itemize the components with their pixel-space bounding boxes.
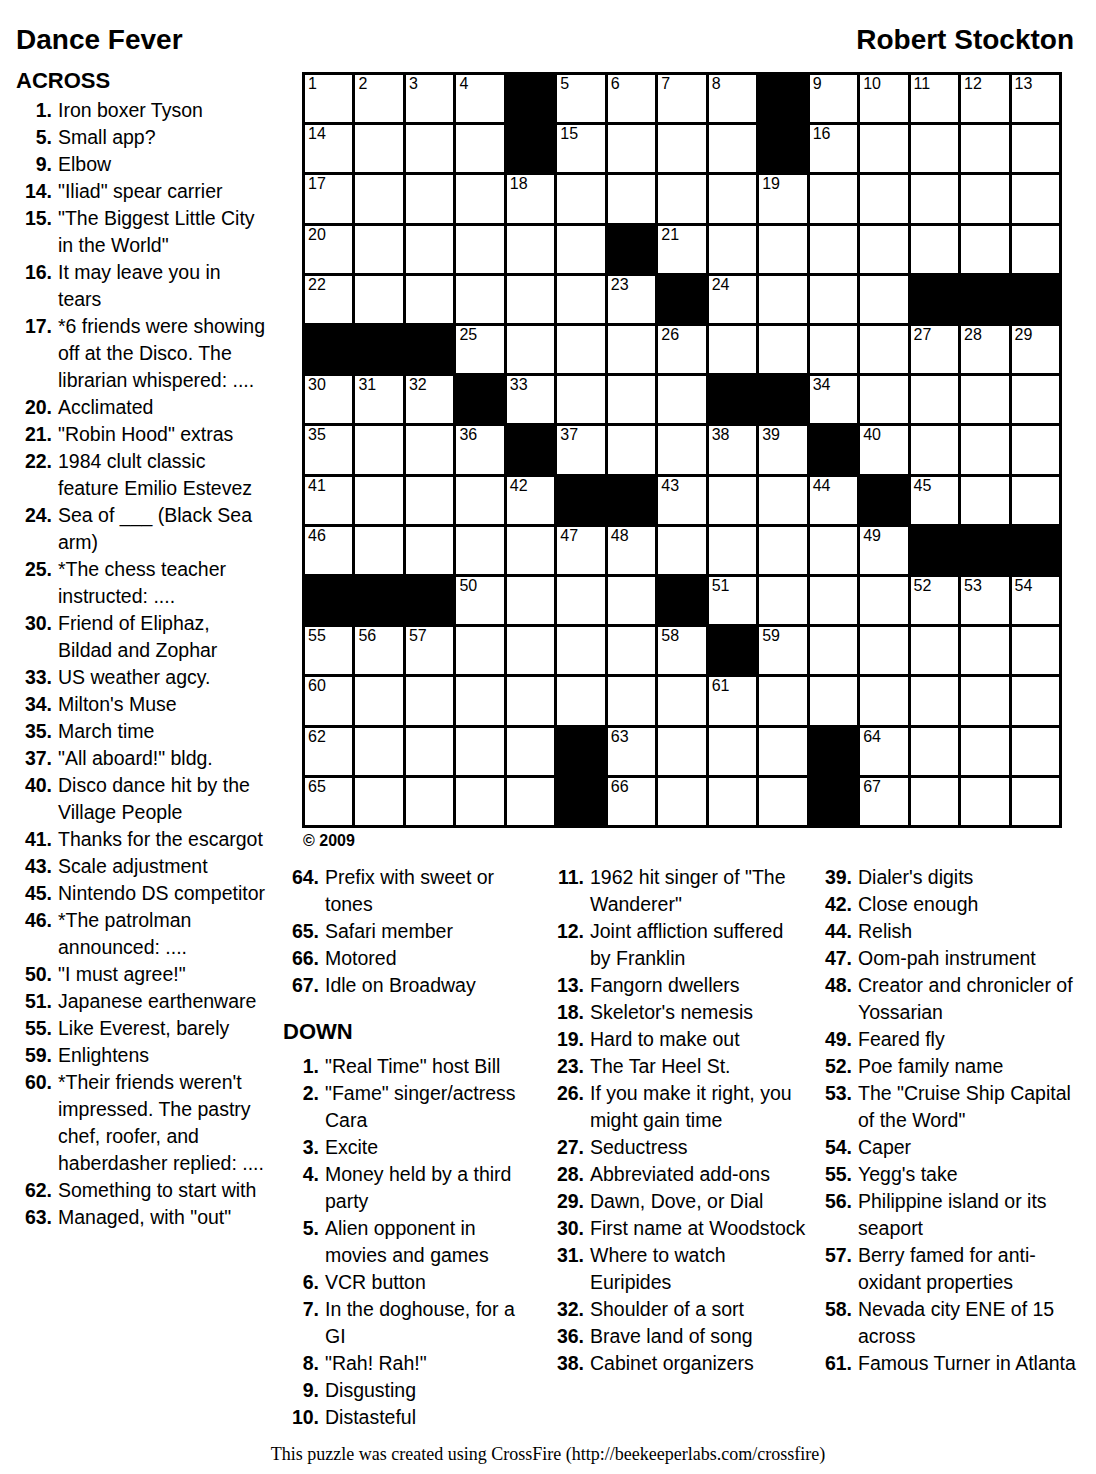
grid-cell[interactable] — [810, 226, 857, 273]
grid-cell[interactable]: 52 — [911, 577, 958, 624]
grid-cell[interactable] — [1012, 778, 1059, 825]
grid-cell[interactable] — [658, 376, 705, 423]
grid-cell[interactable]: 25 — [456, 326, 503, 373]
grid-cell[interactable]: 35 — [305, 426, 352, 473]
grid-cell[interactable]: 34 — [810, 376, 857, 423]
clue-item: 6.VCR button — [283, 1269, 535, 1296]
grid-cell[interactable]: 7 — [658, 75, 705, 122]
grid-cell[interactable] — [608, 125, 655, 172]
grid-cell[interactable] — [355, 728, 402, 775]
cell-number: 53 — [964, 577, 982, 595]
cell-number: 62 — [308, 728, 326, 746]
grid-cell[interactable]: 42 — [507, 477, 554, 524]
clue-number: 27. — [548, 1134, 590, 1161]
grid-cell[interactable] — [507, 627, 554, 674]
grid-cell[interactable]: 64 — [860, 728, 907, 775]
grid-cell[interactable]: 56 — [355, 627, 402, 674]
clue-text: US weather agcy. — [58, 664, 266, 691]
grid-cell[interactable]: 5 — [557, 75, 604, 122]
grid-cell[interactable] — [911, 778, 958, 825]
clue-number: 2. — [283, 1080, 325, 1107]
grid-cell[interactable]: 23 — [608, 276, 655, 323]
clue-text: Dawn, Dove, or Dial — [590, 1188, 808, 1215]
clue-text: Philippine island or its seaport — [858, 1188, 1082, 1242]
clue-text: Elbow — [58, 151, 266, 178]
grid-cell[interactable] — [709, 728, 756, 775]
grid-cell[interactable] — [507, 527, 554, 574]
grid-cell[interactable]: 28 — [961, 326, 1008, 373]
grid-cell[interactable]: 12 — [961, 75, 1008, 122]
clue-item: 32.Shoulder of a sort — [548, 1296, 808, 1323]
footer-credit: This puzzle was created using CrossFire … — [0, 1444, 1096, 1465]
grid-cell[interactable] — [355, 527, 402, 574]
grid-cell[interactable] — [1012, 627, 1059, 674]
black-cell — [305, 577, 352, 624]
grid-cell[interactable]: 21 — [658, 226, 705, 273]
grid-cell[interactable]: 30 — [305, 376, 352, 423]
grid-cell[interactable] — [406, 778, 453, 825]
clue-item: 47.Oom-pah instrument — [816, 945, 1082, 972]
cell-number: 61 — [712, 677, 730, 695]
cell-number: 10 — [863, 75, 881, 93]
grid-cell[interactable] — [557, 276, 604, 323]
cell-number: 12 — [964, 75, 982, 93]
grid-cell[interactable] — [759, 477, 806, 524]
cell-number: 3 — [409, 75, 418, 93]
cell-number: 38 — [712, 426, 730, 444]
grid-cell[interactable] — [860, 376, 907, 423]
cell-number: 55 — [308, 627, 326, 645]
grid-cell[interactable]: 59 — [759, 627, 806, 674]
clue-text: Where to watch Euripides — [590, 1242, 808, 1296]
grid-cell[interactable] — [507, 577, 554, 624]
grid-cell[interactable] — [456, 125, 503, 172]
grid-cell[interactable]: 20 — [305, 226, 352, 273]
clue-number: 6. — [283, 1269, 325, 1296]
grid-cell[interactable]: 11 — [911, 75, 958, 122]
grid-cell[interactable] — [658, 778, 705, 825]
grid-cell[interactable] — [456, 175, 503, 222]
grid-cell[interactable] — [1012, 728, 1059, 775]
grid-cell[interactable] — [911, 175, 958, 222]
clue-item: 19.Hard to make out — [548, 1026, 808, 1053]
cell-number: 45 — [914, 477, 932, 495]
grid-cell[interactable] — [961, 426, 1008, 473]
clue-number: 43. — [16, 853, 58, 880]
clue-number: 24. — [16, 502, 58, 529]
grid-cell[interactable] — [658, 175, 705, 222]
clue-number: 1. — [283, 1053, 325, 1080]
clue-number: 61. — [816, 1350, 858, 1377]
black-cell — [810, 778, 857, 825]
clue-text: *6 friends were showing off at the Disco… — [58, 313, 266, 394]
grid-cell[interactable] — [608, 376, 655, 423]
clue-item: 34.Milton's Muse — [16, 691, 266, 718]
grid-cell[interactable] — [759, 276, 806, 323]
grid-cell[interactable] — [911, 376, 958, 423]
grid-cell[interactable]: 4 — [456, 75, 503, 122]
grid-cell[interactable] — [961, 376, 1008, 423]
grid-cell[interactable]: 31 — [355, 376, 402, 423]
grid-cell[interactable]: 49 — [860, 527, 907, 574]
grid-cell[interactable] — [810, 175, 857, 222]
grid-cell[interactable] — [406, 175, 453, 222]
grid-cell[interactable]: 53 — [961, 577, 1008, 624]
grid-cell[interactable]: 13 — [1012, 75, 1059, 122]
grid-cell[interactable] — [608, 627, 655, 674]
clue-text: Nintendo DS competitor — [58, 880, 266, 907]
grid-cell[interactable] — [911, 677, 958, 724]
cell-number: 59 — [762, 627, 780, 645]
grid-cell[interactable] — [456, 778, 503, 825]
black-cell — [305, 326, 352, 373]
grid-cell[interactable] — [810, 527, 857, 574]
clue-number: 44. — [816, 918, 858, 945]
grid-cell[interactable]: 10 — [860, 75, 907, 122]
grid-cell[interactable] — [810, 577, 857, 624]
grid-cell[interactable] — [759, 677, 806, 724]
clue-number: 19. — [548, 1026, 590, 1053]
grid-cell[interactable] — [507, 728, 554, 775]
grid-cell[interactable] — [1012, 477, 1059, 524]
grid-cell[interactable] — [608, 577, 655, 624]
clue-text: *Their friends weren't impressed. The pa… — [58, 1069, 266, 1177]
grid-cell[interactable] — [961, 728, 1008, 775]
grid-cell[interactable] — [1012, 376, 1059, 423]
grid-cell[interactable] — [1012, 125, 1059, 172]
clue-item: 10.Distasteful — [283, 1404, 535, 1431]
cell-number: 4 — [459, 75, 468, 93]
grid-cell[interactable] — [1012, 175, 1059, 222]
grid-cell[interactable]: 57 — [406, 627, 453, 674]
clue-item: 5.Alien opponent in movies and games — [283, 1215, 535, 1269]
grid-cell[interactable] — [355, 276, 402, 323]
grid-cell[interactable] — [1012, 226, 1059, 273]
grid-cell[interactable] — [759, 226, 806, 273]
clue-number: 45. — [16, 880, 58, 907]
clue-text: The "Cruise Ship Capital of the Word" — [858, 1080, 1082, 1134]
grid-cell[interactable]: 63 — [608, 728, 655, 775]
cell-number: 32 — [409, 376, 427, 394]
grid-cell[interactable] — [456, 527, 503, 574]
black-cell — [406, 577, 453, 624]
grid-cell[interactable]: 37 — [557, 426, 604, 473]
grid-cell[interactable] — [810, 326, 857, 373]
grid-cell[interactable] — [557, 376, 604, 423]
clue-text: "Iliad" spear carrier — [58, 178, 266, 205]
grid-cell[interactable] — [456, 728, 503, 775]
clue-text: First name at Woodstock — [590, 1215, 808, 1242]
grid-cell[interactable] — [507, 226, 554, 273]
clue-number: 53. — [816, 1080, 858, 1107]
grid-cell[interactable]: 67 — [860, 778, 907, 825]
cell-number: 26 — [661, 326, 679, 344]
black-cell — [759, 376, 806, 423]
grid-cell[interactable] — [507, 677, 554, 724]
grid-cell[interactable]: 14 — [305, 125, 352, 172]
grid-cell[interactable] — [810, 276, 857, 323]
grid-cell[interactable]: 39 — [759, 426, 806, 473]
grid-cell[interactable]: 50 — [456, 577, 503, 624]
grid-cell[interactable]: 46 — [305, 527, 352, 574]
grid-cell[interactable]: 16 — [810, 125, 857, 172]
clue-item: 49.Feared fly — [816, 1026, 1082, 1053]
grid-cell[interactable] — [810, 627, 857, 674]
grid-cell[interactable]: 17 — [305, 175, 352, 222]
grid-cell[interactable]: 32 — [406, 376, 453, 423]
clue-text: Fangorn dwellers — [590, 972, 808, 999]
grid-cell[interactable] — [911, 627, 958, 674]
clue-item: 64.Prefix with sweet or tones — [283, 864, 535, 918]
grid-cell[interactable] — [961, 778, 1008, 825]
grid-cell[interactable]: 54 — [1012, 577, 1059, 624]
puzzle-title: Dance Fever — [16, 24, 183, 56]
grid-cell[interactable] — [961, 677, 1008, 724]
grid-cell[interactable]: 62 — [305, 728, 352, 775]
grid-cell[interactable]: 15 — [557, 125, 604, 172]
grid-cell[interactable]: 40 — [860, 426, 907, 473]
grid-cell[interactable]: 19 — [759, 175, 806, 222]
grid-cell[interactable]: 51 — [709, 577, 756, 624]
cell-number: 24 — [712, 276, 730, 294]
grid-cell[interactable]: 38 — [709, 426, 756, 473]
clue-number: 7. — [283, 1296, 325, 1323]
clue-number: 64. — [283, 864, 325, 891]
grid-cell[interactable] — [810, 677, 857, 724]
clue-number: 33. — [16, 664, 58, 691]
grid-cell[interactable] — [608, 426, 655, 473]
clue-item: 52.Poe family name — [816, 1053, 1082, 1080]
clue-item: 1."Real Time" host Bill — [283, 1053, 535, 1080]
grid-cell[interactable] — [557, 326, 604, 373]
clue-item: 28.Abbreviated add-ons — [548, 1161, 808, 1188]
grid-cell[interactable] — [860, 677, 907, 724]
grid-cell[interactable]: 8 — [709, 75, 756, 122]
grid-cell[interactable] — [759, 778, 806, 825]
cell-number: 5 — [560, 75, 569, 93]
grid-cell[interactable]: 45 — [911, 477, 958, 524]
clue-item: 35.March time — [16, 718, 266, 745]
clue-number: 20. — [16, 394, 58, 421]
grid-cell[interactable] — [860, 276, 907, 323]
clue-number: 57. — [816, 1242, 858, 1269]
clue-item: 43.Scale adjustment — [16, 853, 266, 880]
grid-cell[interactable] — [507, 276, 554, 323]
grid-cell[interactable] — [961, 125, 1008, 172]
clue-number: 46. — [16, 907, 58, 934]
grid-cell[interactable]: 26 — [658, 326, 705, 373]
grid-cell[interactable] — [961, 226, 1008, 273]
grid-cell[interactable]: 18 — [507, 175, 554, 222]
clue-text: It may leave you in tears — [58, 259, 266, 313]
clue-text: Acclimated — [58, 394, 266, 421]
clue-item: 46.*The patrolman announced: .... — [16, 907, 266, 961]
grid-cell[interactable] — [355, 125, 402, 172]
cell-number: 52 — [914, 577, 932, 595]
clue-text: 1962 hit singer of "The Wanderer" — [590, 864, 808, 918]
grid-cell[interactable] — [961, 627, 1008, 674]
across-clues-overflow: 64.Prefix with sweet or tones65.Safari m… — [283, 864, 535, 999]
grid-cell[interactable] — [709, 226, 756, 273]
clue-text: Skeletor's nemesis — [590, 999, 808, 1026]
grid-cell[interactable]: 60 — [305, 677, 352, 724]
grid-cell[interactable] — [608, 175, 655, 222]
grid-cell[interactable] — [355, 226, 402, 273]
clue-text: Alien opponent in movies and games — [325, 1215, 535, 1269]
grid-cell[interactable] — [1012, 677, 1059, 724]
grid-cell[interactable] — [557, 677, 604, 724]
grid-cell[interactable]: 9 — [810, 75, 857, 122]
grid-cell[interactable]: 22 — [305, 276, 352, 323]
grid-cell[interactable] — [860, 175, 907, 222]
grid-cell[interactable] — [355, 778, 402, 825]
grid-cell[interactable]: 29 — [1012, 326, 1059, 373]
grid-cell[interactable] — [507, 326, 554, 373]
grid-cell[interactable] — [456, 226, 503, 273]
grid-cell[interactable]: 61 — [709, 677, 756, 724]
clue-text: Scale adjustment — [58, 853, 266, 880]
grid-cell[interactable]: 6 — [608, 75, 655, 122]
cell-number: 22 — [308, 276, 326, 294]
grid-cell[interactable] — [557, 226, 604, 273]
grid-cell[interactable] — [406, 426, 453, 473]
down-clues-col2: 1."Real Time" host Bill2."Fame" singer/a… — [283, 1053, 535, 1431]
grid-cell[interactable] — [507, 778, 554, 825]
grid-cell[interactable] — [658, 125, 705, 172]
clue-number: 12. — [548, 918, 590, 945]
cell-number: 57 — [409, 627, 427, 645]
grid-cell[interactable] — [557, 577, 604, 624]
grid-cell[interactable] — [456, 276, 503, 323]
grid-cell[interactable] — [658, 728, 705, 775]
grid-cell[interactable] — [355, 677, 402, 724]
grid-cell[interactable] — [355, 426, 402, 473]
cell-number: 15 — [560, 125, 578, 143]
grid-cell[interactable] — [658, 527, 705, 574]
grid-cell[interactable] — [355, 477, 402, 524]
grid-cell[interactable]: 48 — [608, 527, 655, 574]
grid-cell[interactable] — [709, 175, 756, 222]
grid-cell[interactable]: 65 — [305, 778, 352, 825]
grid-cell[interactable] — [860, 577, 907, 624]
grid-cell[interactable] — [860, 326, 907, 373]
grid-cell[interactable] — [759, 527, 806, 574]
clue-text: Joint affliction suffered by Franklin — [590, 918, 808, 972]
down-clues-col3: 11.1962 hit singer of "The Wanderer"12.J… — [548, 864, 808, 1377]
grid-cell[interactable] — [406, 527, 453, 574]
clue-item: 58.Nevada city ENE of 15 across — [816, 1296, 1082, 1350]
clue-text: Enlightens — [58, 1042, 266, 1069]
grid-cell[interactable]: 2 — [355, 75, 402, 122]
grid-cell[interactable]: 27 — [911, 326, 958, 373]
clue-item: 33.US weather agcy. — [16, 664, 266, 691]
clue-item: 61.Famous Turner in Atlanta — [816, 1350, 1082, 1377]
grid-cell[interactable] — [456, 627, 503, 674]
cell-number: 54 — [1015, 577, 1033, 595]
clue-number: 1. — [16, 97, 58, 124]
cell-number: 46 — [308, 527, 326, 545]
clue-item: 65.Safari member — [283, 918, 535, 945]
grid-cell[interactable]: 66 — [608, 778, 655, 825]
grid-cell[interactable] — [759, 326, 806, 373]
grid-cell[interactable]: 47 — [557, 527, 604, 574]
grid-cell[interactable] — [759, 577, 806, 624]
clue-item: 53.The "Cruise Ship Capital of the Word" — [816, 1080, 1082, 1134]
grid-cell[interactable] — [911, 426, 958, 473]
grid-cell[interactable]: 43 — [658, 477, 705, 524]
grid-cell[interactable] — [911, 226, 958, 273]
grid-cell[interactable] — [608, 677, 655, 724]
grid-cell[interactable] — [860, 125, 907, 172]
grid-cell[interactable] — [658, 426, 705, 473]
clue-number: 55. — [816, 1161, 858, 1188]
grid-cell[interactable]: 41 — [305, 477, 352, 524]
clue-text: Famous Turner in Atlanta — [858, 1350, 1082, 1377]
grid-cell[interactable] — [406, 125, 453, 172]
cell-number: 8 — [712, 75, 721, 93]
grid-cell[interactable]: 33 — [507, 376, 554, 423]
grid-cell[interactable] — [406, 477, 453, 524]
grid-cell[interactable] — [456, 477, 503, 524]
grid-cell[interactable] — [658, 677, 705, 724]
grid-cell[interactable] — [709, 527, 756, 574]
grid-cell[interactable] — [911, 125, 958, 172]
cell-number: 67 — [863, 778, 881, 796]
clue-item: 1.Iron boxer Tyson — [16, 97, 266, 124]
black-cell — [709, 376, 756, 423]
grid-cell[interactable] — [557, 175, 604, 222]
clue-number: 34. — [16, 691, 58, 718]
grid-cell[interactable]: 36 — [456, 426, 503, 473]
grid-cell[interactable] — [709, 778, 756, 825]
grid-cell[interactable] — [355, 175, 402, 222]
grid-cell[interactable] — [759, 728, 806, 775]
cell-number: 13 — [1015, 75, 1033, 93]
grid-cell[interactable] — [961, 175, 1008, 222]
grid-cell[interactable] — [1012, 426, 1059, 473]
clue-number: 60. — [16, 1069, 58, 1096]
grid-cell[interactable] — [406, 677, 453, 724]
clue-number: 36. — [548, 1323, 590, 1350]
grid-cell[interactable]: 58 — [658, 627, 705, 674]
grid-cell[interactable] — [406, 728, 453, 775]
grid-cell[interactable] — [860, 627, 907, 674]
black-cell — [759, 75, 806, 122]
grid-cell[interactable] — [911, 728, 958, 775]
grid-cell[interactable] — [709, 326, 756, 373]
grid-cell[interactable] — [456, 677, 503, 724]
grid-cell[interactable] — [961, 477, 1008, 524]
grid-cell[interactable] — [406, 276, 453, 323]
clue-text: Small app? — [58, 124, 266, 151]
grid-cell[interactable]: 3 — [406, 75, 453, 122]
grid-cell[interactable] — [709, 125, 756, 172]
grid-cell[interactable] — [860, 226, 907, 273]
grid-cell[interactable] — [406, 226, 453, 273]
clue-text: Nevada city ENE of 15 across — [858, 1296, 1082, 1350]
grid-cell[interactable]: 44 — [810, 477, 857, 524]
grid-cell[interactable] — [557, 627, 604, 674]
cell-number: 19 — [762, 175, 780, 193]
grid-cell[interactable] — [709, 477, 756, 524]
grid-cell[interactable]: 24 — [709, 276, 756, 323]
grid-cell[interactable]: 1 — [305, 75, 352, 122]
grid-cell[interactable]: 55 — [305, 627, 352, 674]
grid-cell[interactable] — [608, 326, 655, 373]
cell-number: 36 — [459, 426, 477, 444]
clue-number: 25. — [16, 556, 58, 583]
clue-item: 15."The Biggest Little City in the World… — [16, 205, 266, 259]
